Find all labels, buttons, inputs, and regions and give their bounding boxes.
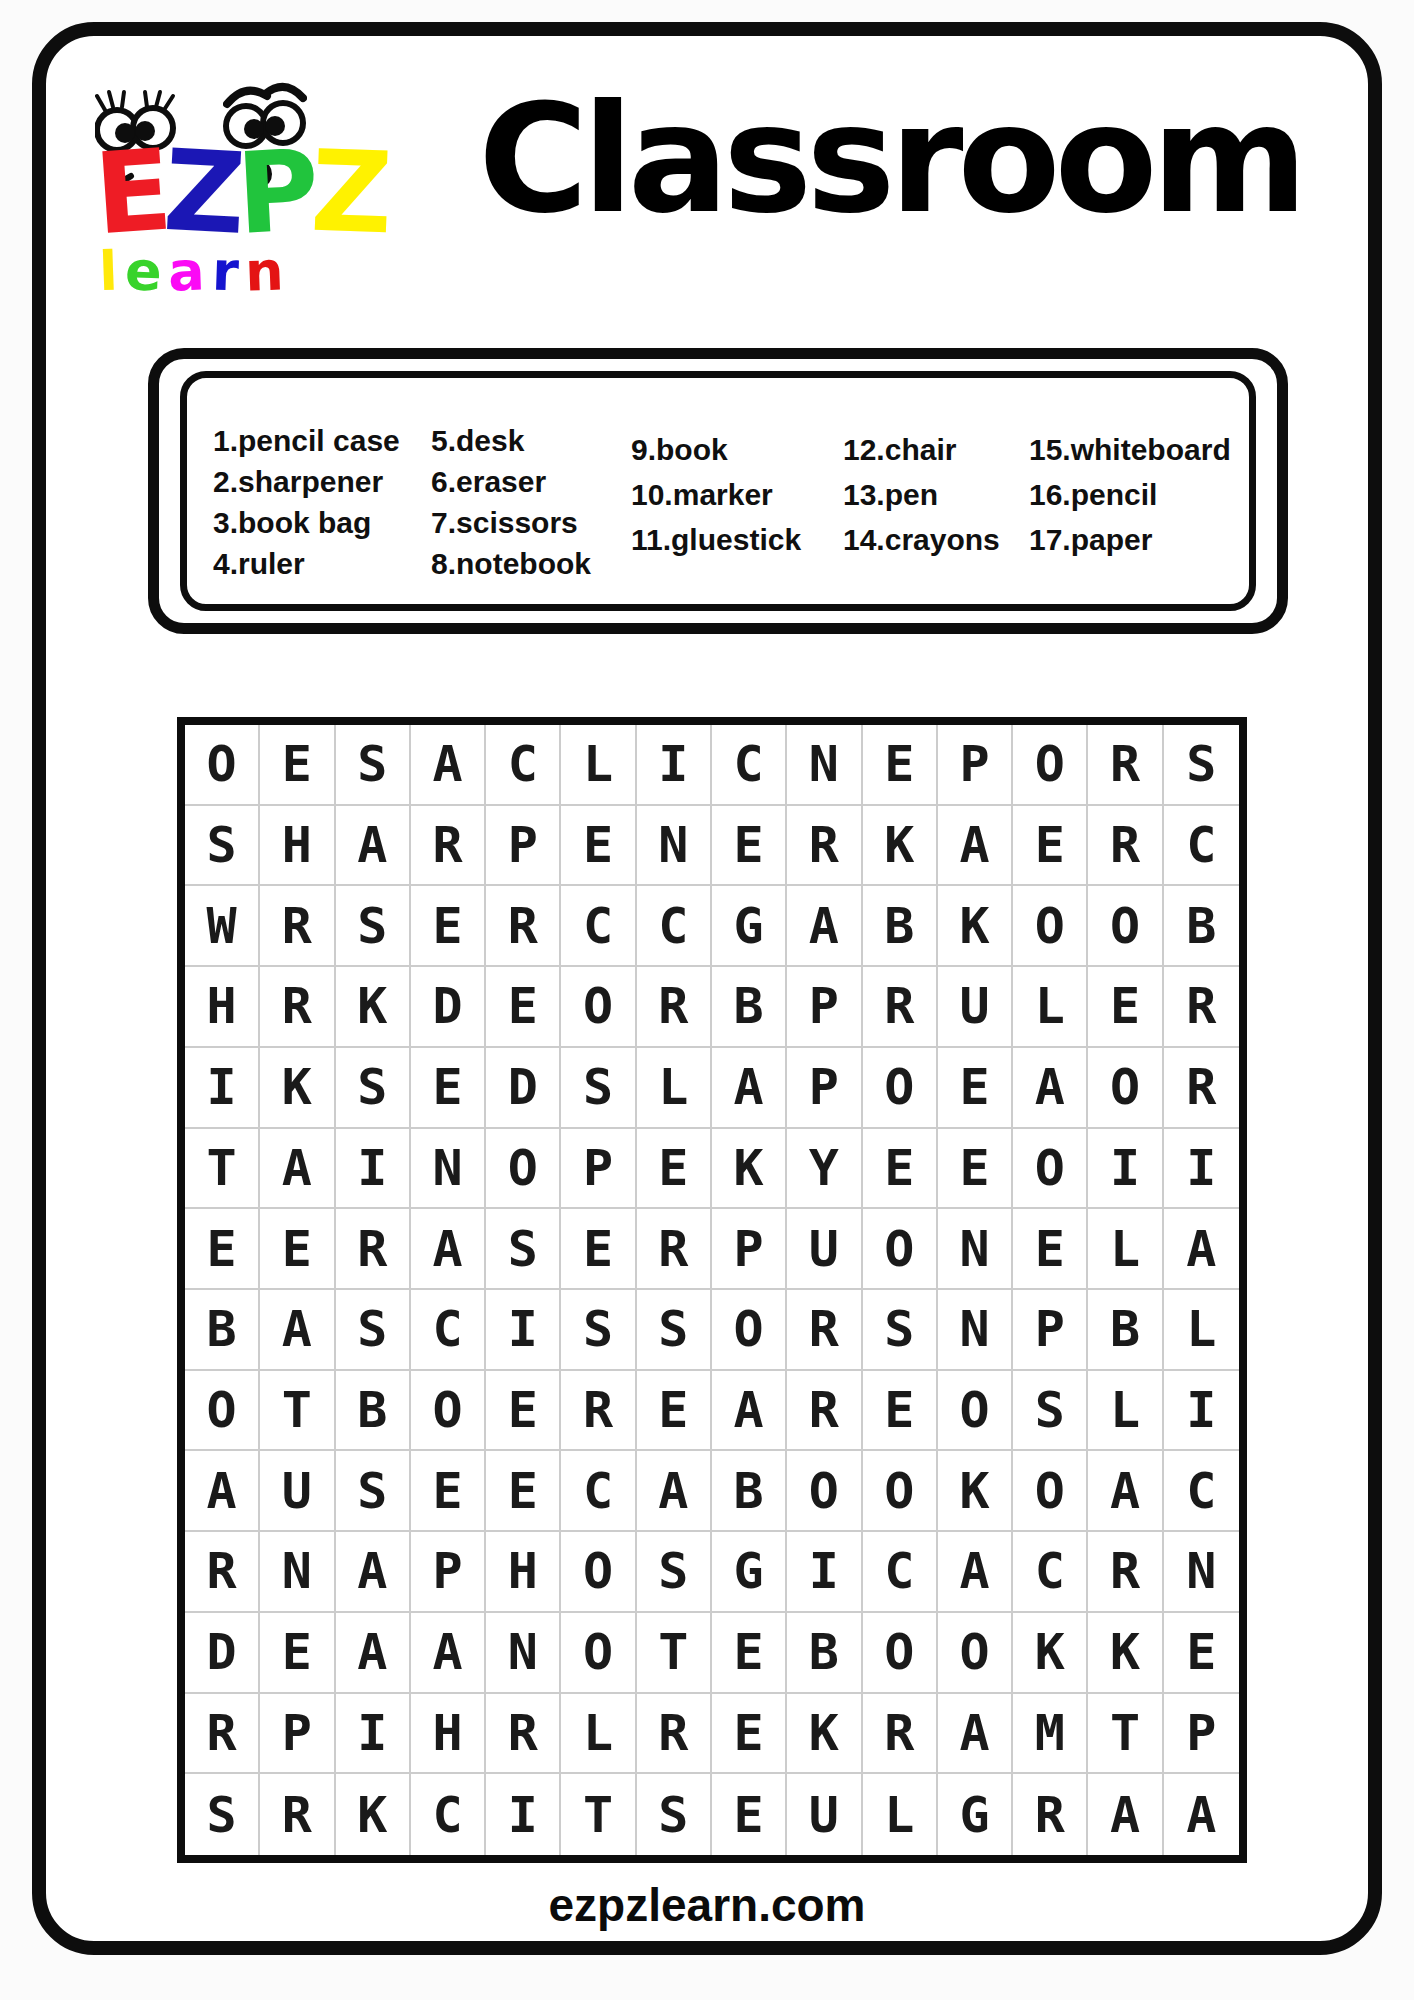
grid-cell[interactable]: D (185, 1613, 260, 1694)
grid-cell[interactable]: E (1088, 967, 1163, 1048)
grid-cell[interactable]: K (938, 1451, 1013, 1532)
grid-cell[interactable]: O (787, 1451, 862, 1532)
grid-cell[interactable]: O (561, 1532, 636, 1613)
grid-cell[interactable]: O (863, 1048, 938, 1129)
logo-sub-letter: a (167, 244, 205, 299)
word-list: 1.pencil case2.sharpener3.book bag4.rule… (180, 371, 1256, 611)
grid-cell[interactable]: S (185, 1774, 260, 1855)
grid-cell[interactable]: C (561, 886, 636, 967)
word-list-item: 5.desk (431, 420, 631, 461)
grid-cell[interactable]: L (1088, 1209, 1163, 1290)
grid-cell[interactable]: L (863, 1774, 938, 1855)
grid-cell[interactable]: O (561, 967, 636, 1048)
grid-cell[interactable]: P (411, 1532, 486, 1613)
grid-cell[interactable]: E (637, 1129, 712, 1210)
grid-cell[interactable]: O (1088, 1048, 1163, 1129)
grid-cell[interactable]: H (185, 967, 260, 1048)
logo-learn-letters: learn (99, 245, 284, 299)
grid-cell[interactable]: L (1013, 967, 1088, 1048)
grid-cell[interactable]: Y (787, 1129, 862, 1210)
grid-cell[interactable]: H (486, 1532, 561, 1613)
word-list-column: 12.chair13.pen14.crayons (843, 420, 1029, 604)
grid-cell[interactable]: A (411, 1613, 486, 1694)
grid-cell[interactable]: R (185, 1532, 260, 1613)
grid-cell[interactable]: O (1013, 886, 1088, 967)
grid-cell[interactable]: I (185, 1048, 260, 1129)
grid-cell[interactable]: O (486, 1129, 561, 1210)
grid-cell[interactable]: E (486, 1371, 561, 1452)
grid-cell[interactable]: P (712, 1209, 787, 1290)
grid-cell[interactable]: E (561, 806, 636, 887)
grid-cell[interactable]: N (486, 1613, 561, 1694)
grid-cell[interactable]: P (486, 806, 561, 887)
grid-cell[interactable]: G (712, 1532, 787, 1613)
grid-cell[interactable]: K (938, 886, 1013, 967)
word-list-item: 14.crayons (843, 517, 1029, 562)
grid-cell[interactable]: B (863, 886, 938, 967)
grid-cell[interactable]: K (863, 806, 938, 887)
grid-cell[interactable]: B (336, 1371, 411, 1452)
word-list-column: 5.desk6.eraser7.scissors8.notebook (431, 420, 631, 604)
grid-cell[interactable]: K (260, 1048, 335, 1129)
logo-letter: P (234, 138, 321, 246)
word-list-item: 1.pencil case (213, 420, 431, 461)
grid-cell[interactable]: R (637, 1694, 712, 1775)
grid-cell[interactable]: E (712, 1694, 787, 1775)
grid-cell[interactable]: A (185, 1451, 260, 1532)
word-list-column: 9.book10.marker11.gluestick (631, 420, 843, 604)
word-list-item: 12.chair (843, 427, 1029, 472)
grid-cell[interactable]: L (561, 725, 636, 806)
word-list-item: 17.paper (1029, 517, 1231, 562)
grid-cell[interactable]: C (863, 1532, 938, 1613)
grid-cell[interactable]: A (411, 725, 486, 806)
grid-cell[interactable]: C (1013, 1532, 1088, 1613)
grid-cell[interactable]: C (712, 725, 787, 806)
word-list-item: 10.marker (631, 472, 843, 517)
grid-cell[interactable]: I (637, 725, 712, 806)
grid-cell[interactable]: G (712, 886, 787, 967)
logo-sub-letter: r (211, 245, 240, 300)
grid-cell[interactable]: S (561, 1290, 636, 1371)
grid-cell[interactable]: A (1088, 1451, 1163, 1532)
grid-cell[interactable]: T (185, 1129, 260, 1210)
grid-cell[interactable]: R (1088, 806, 1163, 887)
grid-cell[interactable]: E (1164, 1613, 1239, 1694)
grid-cell[interactable]: K (336, 967, 411, 1048)
grid-cell[interactable]: O (863, 1451, 938, 1532)
word-list-item: 2.sharpener (213, 461, 431, 502)
grid-cell[interactable]: O (863, 1209, 938, 1290)
grid-cell[interactable]: I (336, 1694, 411, 1775)
grid-cell[interactable]: O (185, 1371, 260, 1452)
word-search-grid: OESACLICNEPORSSHARPENERKAERCWRSERCCGABKO… (177, 717, 1247, 1863)
grid-cell[interactable]: S (637, 1532, 712, 1613)
word-list-item: 15.whiteboard (1029, 427, 1231, 472)
grid-cell[interactable]: E (260, 1209, 335, 1290)
grid-cell[interactable]: K (1013, 1613, 1088, 1694)
grid-cell[interactable]: K (712, 1129, 787, 1210)
grid-cell[interactable]: A (260, 1129, 335, 1210)
grid-cell[interactable]: C (1164, 806, 1239, 887)
grid-cell[interactable]: R (1088, 1532, 1163, 1613)
grid-cell[interactable]: E (486, 1451, 561, 1532)
worksheet-page: EZPZ learn Classroom 1.pencil case2.shar… (0, 0, 1414, 2000)
grid-cell[interactable]: A (336, 806, 411, 887)
grid-cell[interactable]: R (1164, 1048, 1239, 1129)
grid-cell[interactable]: S (1013, 1371, 1088, 1452)
grid-cell[interactable]: O (863, 1613, 938, 1694)
grid-cell[interactable]: A (637, 1451, 712, 1532)
grid-cell[interactable]: N (1164, 1532, 1239, 1613)
grid-cell[interactable]: G (938, 1774, 1013, 1855)
word-list-item: 11.gluestick (631, 517, 843, 562)
grid-cell[interactable]: U (787, 1774, 862, 1855)
grid-cell[interactable]: O (1013, 1451, 1088, 1532)
word-list-item: 7.scissors (431, 502, 631, 543)
grid-cell[interactable]: O (1013, 725, 1088, 806)
grid-cell[interactable]: S (336, 886, 411, 967)
grid-cell[interactable]: R (260, 1774, 335, 1855)
grid-cell[interactable]: D (411, 967, 486, 1048)
grid-cell[interactable]: T (637, 1613, 712, 1694)
grid-cell[interactable]: C (637, 886, 712, 967)
grid-cell[interactable]: R (411, 806, 486, 887)
grid-cell[interactable]: E (1013, 1209, 1088, 1290)
grid-cell[interactable]: O (712, 1290, 787, 1371)
grid-cell[interactable]: P (561, 1129, 636, 1210)
grid-cell[interactable]: B (712, 1451, 787, 1532)
grid-cell[interactable]: R (260, 886, 335, 967)
grid-cell[interactable]: T (1088, 1694, 1163, 1775)
grid-cell[interactable]: S (336, 1048, 411, 1129)
grid-cell[interactable]: K (1088, 1613, 1163, 1694)
grid-cell[interactable]: S (561, 1048, 636, 1129)
grid-cell[interactable]: E (863, 1371, 938, 1452)
grid-cell[interactable]: P (1013, 1290, 1088, 1371)
grid-cell[interactable]: A (336, 1532, 411, 1613)
grid-cell[interactable]: R (260, 967, 335, 1048)
grid-cell[interactable]: B (1164, 886, 1239, 967)
grid-cell[interactable]: C (411, 1290, 486, 1371)
word-list-column: 1.pencil case2.sharpener3.book bag4.rule… (213, 420, 431, 604)
grid-cell[interactable]: C (561, 1451, 636, 1532)
grid-cell[interactable]: R (1088, 725, 1163, 806)
logo-letter: Z (309, 139, 394, 246)
grid-cell[interactable]: E (712, 1774, 787, 1855)
grid-cell[interactable]: E (938, 1129, 1013, 1210)
grid-cell[interactable]: E (938, 1048, 1013, 1129)
word-list-item: 4.ruler (213, 543, 431, 584)
grid-cell[interactable]: O (1013, 1129, 1088, 1210)
grid-cell[interactable]: R (863, 1694, 938, 1775)
grid-cell[interactable]: S (336, 1290, 411, 1371)
grid-cell[interactable]: I (486, 1774, 561, 1855)
grid-cell[interactable]: E (1013, 806, 1088, 887)
grid-cell[interactable]: R (787, 1371, 862, 1452)
page-title: Classroom (430, 72, 1350, 246)
grid-cell[interactable]: E (712, 806, 787, 887)
grid-cell[interactable]: E (260, 725, 335, 806)
logo-sub-letter: e (124, 244, 162, 299)
grid-cell[interactable]: P (938, 725, 1013, 806)
grid-cell[interactable]: C (411, 1774, 486, 1855)
grid-cell[interactable]: A (336, 1613, 411, 1694)
grid-cell[interactable]: I (1164, 1371, 1239, 1452)
grid-cell[interactable]: A (712, 1371, 787, 1452)
word-list-item: 16.pencil (1029, 472, 1231, 517)
grid-cell[interactable]: L (561, 1694, 636, 1775)
grid-cell[interactable]: A (938, 1694, 1013, 1775)
grid-cell[interactable]: O (938, 1613, 1013, 1694)
grid-cell[interactable]: N (787, 725, 862, 806)
grid-cell[interactable]: U (787, 1209, 862, 1290)
grid-cell[interactable]: A (712, 1048, 787, 1129)
logo-ezpz-letters: EZPZ (95, 140, 384, 244)
grid-cell[interactable]: O (561, 1613, 636, 1694)
grid-cell[interactable]: L (1088, 1371, 1163, 1452)
grid-cell[interactable]: S (637, 1774, 712, 1855)
grid-cell[interactable]: E (260, 1613, 335, 1694)
website-link[interactable]: ezpzlearn.com (0, 1878, 1414, 1932)
grid-cell[interactable]: P (1164, 1694, 1239, 1775)
grid-cell[interactable]: I (1088, 1129, 1163, 1210)
grid-cell[interactable]: A (1164, 1209, 1239, 1290)
grid-cell[interactable]: A (411, 1209, 486, 1290)
grid-cell[interactable]: L (637, 1048, 712, 1129)
grid-cell[interactable]: B (1088, 1290, 1163, 1371)
grid-cell[interactable]: E (411, 1048, 486, 1129)
grid-cell[interactable]: C (1164, 1451, 1239, 1532)
grid-cell[interactable]: S (863, 1290, 938, 1371)
grid-cell[interactable]: R (486, 886, 561, 967)
grid-cell[interactable]: S (336, 1451, 411, 1532)
grid-cell[interactable]: H (411, 1694, 486, 1775)
grid-cell[interactable]: N (938, 1209, 1013, 1290)
grid-cell[interactable]: R (336, 1209, 411, 1290)
grid-cell[interactable]: S (336, 725, 411, 806)
grid-cell[interactable]: E (411, 1451, 486, 1532)
word-list-box: 1.pencil case2.sharpener3.book bag4.rule… (148, 348, 1288, 634)
word-list-item: 13.pen (843, 472, 1029, 517)
grid-cell[interactable]: I (1164, 1129, 1239, 1210)
word-list-item: 3.book bag (213, 502, 431, 543)
word-list-item: 9.book (631, 427, 843, 472)
grid-cell[interactable]: R (1164, 967, 1239, 1048)
grid-cell[interactable]: O (185, 725, 260, 806)
logo-sub-letter: n (244, 244, 284, 299)
grid-cell[interactable]: B (712, 967, 787, 1048)
grid-cell[interactable]: I (486, 1290, 561, 1371)
grid-cell[interactable]: E (185, 1209, 260, 1290)
grid-cell[interactable]: R (863, 967, 938, 1048)
grid-cell[interactable]: C (486, 725, 561, 806)
grid-cell[interactable]: D (486, 1048, 561, 1129)
grid-cell[interactable]: T (260, 1371, 335, 1452)
grid-cell[interactable]: L (1164, 1290, 1239, 1371)
word-list-item: 6.eraser (431, 461, 631, 502)
grid-cell[interactable]: I (787, 1532, 862, 1613)
grid-cell[interactable]: E (637, 1371, 712, 1452)
logo-sub-letter: l (98, 245, 118, 300)
grid-cell[interactable]: S (486, 1209, 561, 1290)
word-list-column: 15.whiteboard16.pencil17.paper (1029, 420, 1231, 604)
grid-cell[interactable]: M (1013, 1694, 1088, 1775)
grid-cell[interactable]: K (787, 1694, 862, 1775)
grid-cell[interactable]: R (561, 1371, 636, 1452)
grid-cell[interactable]: E (561, 1209, 636, 1290)
grid-cell[interactable]: A (260, 1290, 335, 1371)
grid-cell[interactable]: N (637, 806, 712, 887)
grid-cell[interactable]: R (787, 806, 862, 887)
grid-cell[interactable]: R (486, 1694, 561, 1775)
grid-cell[interactable]: R (185, 1694, 260, 1775)
grid-cell[interactable]: S (1164, 725, 1239, 806)
grid-cell[interactable]: S (637, 1290, 712, 1371)
grid-cell[interactable]: U (260, 1451, 335, 1532)
grid-cell[interactable]: A (938, 806, 1013, 887)
grid-cell[interactable]: A (787, 886, 862, 967)
grid-cell[interactable]: R (637, 1209, 712, 1290)
grid-cell[interactable]: S (185, 806, 260, 887)
grid-cell[interactable]: A (1164, 1774, 1239, 1855)
grid-cell[interactable]: U (938, 967, 1013, 1048)
grid-cell[interactable]: N (411, 1129, 486, 1210)
grid-cell[interactable]: O (1088, 886, 1163, 967)
grid-cell[interactable]: R (787, 1290, 862, 1371)
grid-cell[interactable]: A (1088, 1774, 1163, 1855)
grid-cell[interactable]: T (561, 1774, 636, 1855)
grid-cell[interactable]: R (1013, 1774, 1088, 1855)
grid-cell[interactable]: O (938, 1371, 1013, 1452)
grid-cell[interactable]: I (336, 1129, 411, 1210)
grid-cell[interactable]: E (411, 886, 486, 967)
grid-cell[interactable]: E (863, 1129, 938, 1210)
grid-cell[interactable]: E (486, 967, 561, 1048)
grid-cell[interactable]: W (185, 886, 260, 967)
grid-cell[interactable]: B (787, 1613, 862, 1694)
grid-cell[interactable]: R (637, 967, 712, 1048)
grid-cell[interactable]: P (787, 1048, 862, 1129)
grid-cell[interactable]: N (260, 1532, 335, 1613)
grid-cell[interactable]: K (336, 1774, 411, 1855)
grid-cell[interactable]: H (260, 806, 335, 887)
grid-cell[interactable]: N (938, 1290, 1013, 1371)
grid-cell[interactable]: O (411, 1371, 486, 1452)
word-list-item: 8.notebook (431, 543, 631, 584)
grid-cell[interactable]: A (938, 1532, 1013, 1613)
grid-cell[interactable]: A (1013, 1048, 1088, 1129)
grid-cell[interactable]: E (863, 725, 938, 806)
grid-cell[interactable]: P (787, 967, 862, 1048)
ezpz-learn-logo: EZPZ learn (95, 80, 385, 310)
grid-cell[interactable]: E (712, 1613, 787, 1694)
grid-cell[interactable]: B (185, 1290, 260, 1371)
grid-cell[interactable]: P (260, 1694, 335, 1775)
